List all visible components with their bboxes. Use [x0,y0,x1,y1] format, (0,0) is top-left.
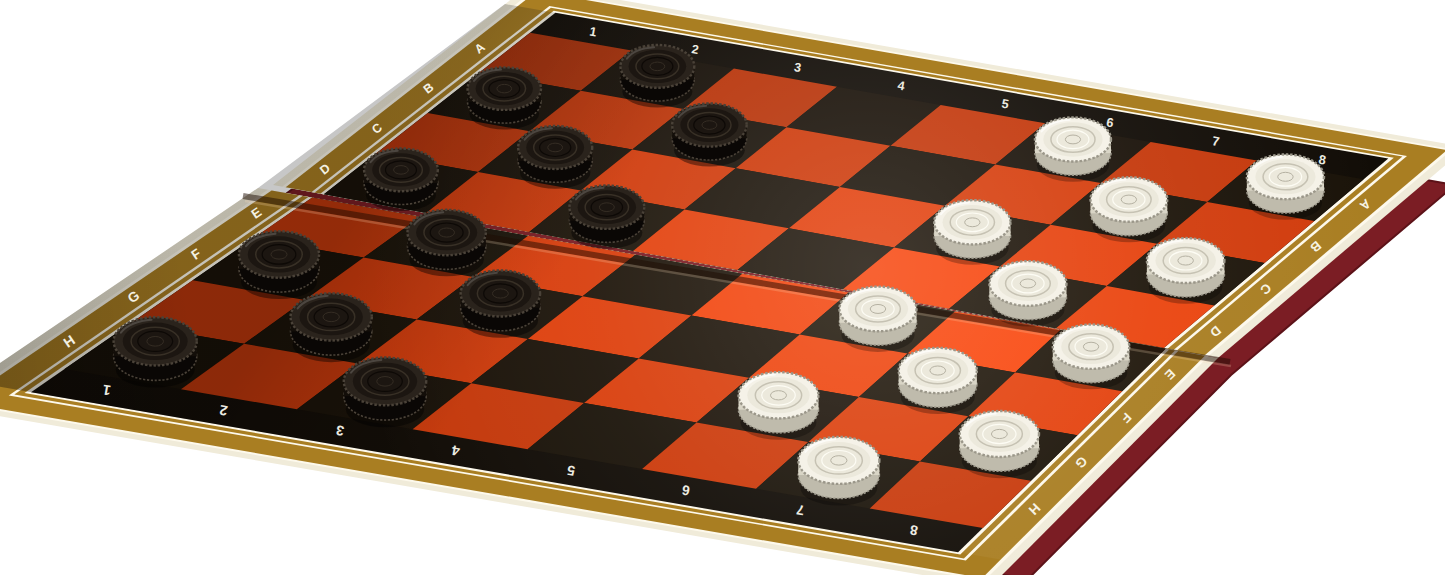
piece-recess [848,292,908,327]
checker-black[interactable] [291,293,372,362]
piece-recess [123,322,188,360]
checker-white[interactable] [798,437,879,506]
piece-recess [807,442,870,479]
piece-recess [943,205,1003,240]
checker-white[interactable] [1247,154,1324,219]
checker-white[interactable] [1090,177,1167,242]
checker-black[interactable] [407,210,485,276]
piece-recess [998,266,1058,301]
checker-white[interactable] [1035,117,1111,181]
checker-black[interactable] [518,126,592,189]
checker-white[interactable] [960,411,1039,478]
piece-recess [1061,329,1121,364]
checker-black[interactable] [364,148,438,210]
piece-recess [747,377,809,413]
board-svg: AA11BB22CC33DD44EE55FF66GG77HH88 [0,0,1445,575]
checker-white[interactable] [839,287,916,352]
piece-recess [1155,243,1215,278]
checker-white[interactable] [934,200,1010,265]
checker-white[interactable] [1053,325,1130,390]
piece-recess [469,275,531,311]
checker-black[interactable] [114,317,197,387]
checkers-board-photo: AA11BB22CC33DD44EE55FF66GG77HH88 [0,0,1445,575]
piece-recess [907,353,968,388]
checker-black[interactable] [620,45,694,108]
piece-recess [353,363,417,400]
checker-black[interactable] [569,185,644,248]
checker-black[interactable] [672,103,747,166]
checker-black[interactable] [468,67,541,129]
checker-black[interactable] [344,357,426,427]
checker-white[interactable] [1147,238,1225,304]
piece-recess [968,416,1030,452]
piece-recess [248,236,310,272]
piece-recess [299,299,362,336]
checker-white[interactable] [989,261,1066,326]
piece-recess [416,215,477,250]
checker-white[interactable] [899,348,977,414]
checker-black[interactable] [239,231,319,299]
piece-recess [1255,159,1315,194]
checker-white[interactable] [739,372,819,440]
checker-black[interactable] [461,270,540,337]
piece-recess [1099,182,1159,217]
